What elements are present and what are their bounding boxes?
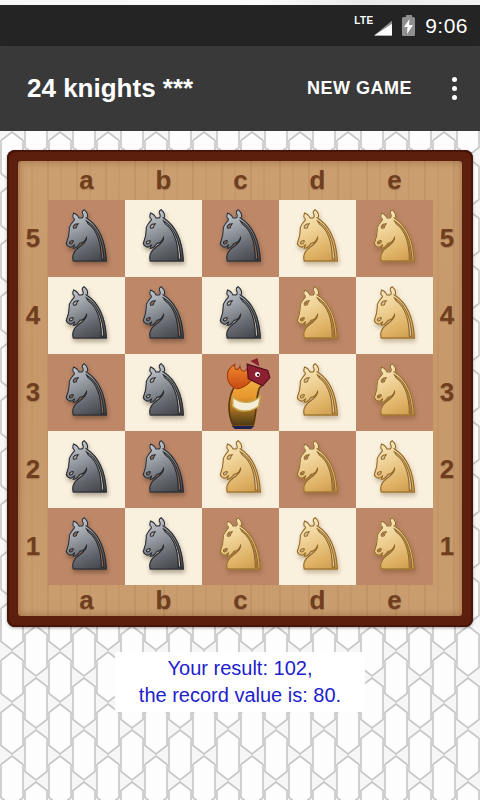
light-knight-icon: ♞ (286, 202, 349, 272)
network-type-label: LTE (354, 15, 374, 26)
light-knight-icon: ♞ (363, 510, 426, 580)
dark-knight-icon: ♞ (55, 433, 118, 503)
file-label: b (125, 161, 202, 200)
clock-time: 9:06 (425, 14, 468, 38)
square-c5[interactable]: ♞ (202, 200, 279, 277)
dark-knight-icon: ♞ (132, 433, 195, 503)
square-a5[interactable]: ♞ (48, 200, 125, 277)
square-a4[interactable]: ♞ (48, 277, 125, 354)
dark-knight-icon: ♞ (132, 279, 195, 349)
dark-knight-icon: ♞ (55, 356, 118, 426)
square-c1[interactable]: ♞ (202, 508, 279, 585)
battery-icon (402, 15, 415, 36)
square-b3[interactable]: ♞ (125, 354, 202, 431)
light-knight-icon: ♞ (209, 433, 272, 503)
app-bar: 24 knights *** NEW GAME (0, 46, 480, 131)
rank-label: 4 (432, 277, 462, 354)
square-c2[interactable]: ♞ (202, 431, 279, 508)
square-e3[interactable]: ♞ (356, 354, 433, 431)
overflow-menu-button[interactable] (434, 59, 474, 119)
rank-label: 4 (18, 277, 48, 354)
square-a2[interactable]: ♞ (48, 431, 125, 508)
file-labels-bottom: abcde (48, 585, 433, 616)
file-label: a (48, 161, 125, 200)
file-label: a (48, 585, 125, 616)
square-b4[interactable]: ♞ (125, 277, 202, 354)
square-b5[interactable]: ♞ (125, 200, 202, 277)
dark-knight-icon: ♞ (55, 202, 118, 272)
dark-knight-icon: ♞ (132, 202, 195, 272)
dark-knight-icon: ♞ (209, 202, 272, 272)
light-knight-icon: ♞ (286, 356, 349, 426)
app-screen: LTE 9:06 24 knights *** NEW GAME (0, 0, 480, 800)
result-panel: Your result: 102, the record value is: 8… (115, 652, 365, 712)
dark-knight-icon: ♞ (209, 279, 272, 349)
square-d3[interactable]: ♞ (279, 354, 356, 431)
rank-label: 2 (18, 431, 48, 508)
new-game-button[interactable]: NEW GAME (299, 68, 420, 109)
square-e5[interactable]: ♞ (356, 200, 433, 277)
square-b1[interactable]: ♞ (125, 508, 202, 585)
rank-label: 5 (18, 200, 48, 277)
battery-bolt-icon (404, 19, 413, 34)
file-label: c (202, 161, 279, 200)
dark-knight-icon: ♞ (132, 510, 195, 580)
square-e1[interactable]: ♞ (356, 508, 433, 585)
result-line1: Your result: 102, (168, 655, 313, 682)
light-knight-icon: ♞ (363, 279, 426, 349)
content-area: abcde abcde 54321 54321 ♞♞♞♞♞♞♞♞♞♞♞♞ (0, 131, 480, 800)
light-knight-icon: ♞ (286, 433, 349, 503)
kebab-dot (452, 86, 457, 91)
dark-knight-icon: ♞ (55, 510, 118, 580)
file-label: c (202, 585, 279, 616)
file-label: e (356, 161, 433, 200)
rank-label: 2 (432, 431, 462, 508)
dark-knight-icon: ♞ (55, 279, 118, 349)
dark-knight-icon: ♞ (132, 356, 195, 426)
square-e2[interactable]: ♞ (356, 431, 433, 508)
rank-labels-right: 54321 (432, 200, 462, 585)
light-knight-icon: ♞ (363, 202, 426, 272)
rank-label: 3 (18, 354, 48, 431)
file-label: b (125, 585, 202, 616)
rank-label: 1 (18, 508, 48, 585)
light-knight-icon: ♞ (286, 510, 349, 580)
joker-knight-icon (209, 357, 273, 429)
square-c4[interactable]: ♞ (202, 277, 279, 354)
rank-label: 5 (432, 200, 462, 277)
light-knight-icon: ♞ (286, 279, 349, 349)
status-bar: LTE 9:06 (0, 5, 480, 46)
kebab-dot (452, 77, 457, 82)
result-line2: the record value is: 80. (139, 682, 341, 709)
square-d5[interactable]: ♞ (279, 200, 356, 277)
kebab-dot (452, 95, 457, 100)
square-b2[interactable]: ♞ (125, 431, 202, 508)
light-knight-icon: ♞ (209, 510, 272, 580)
rank-labels-left: 54321 (18, 200, 48, 585)
signal-strength-icon (374, 21, 392, 36)
file-label: d (279, 161, 356, 200)
square-e4[interactable]: ♞ (356, 277, 433, 354)
rank-label: 3 (432, 354, 462, 431)
light-knight-icon: ♞ (363, 356, 426, 426)
square-c3[interactable] (202, 354, 279, 431)
light-knight-icon: ♞ (363, 433, 426, 503)
square-d4[interactable]: ♞ (279, 277, 356, 354)
board-grid: ♞♞♞♞♞♞♞♞♞♞♞♞ ♞♞♞♞♞♞♞♞♞♞ (48, 200, 433, 585)
file-label: d (279, 585, 356, 616)
square-d2[interactable]: ♞ (279, 431, 356, 508)
page-title: 24 knights *** (27, 73, 299, 104)
board-frame: abcde abcde 54321 54321 ♞♞♞♞♞♞♞♞♞♞♞♞ (18, 161, 462, 616)
file-labels-top: abcde (48, 161, 433, 200)
network-status: LTE (354, 15, 392, 37)
square-a3[interactable]: ♞ (48, 354, 125, 431)
square-d1[interactable]: ♞ (279, 508, 356, 585)
square-a1[interactable]: ♞ (48, 508, 125, 585)
file-label: e (356, 585, 433, 616)
game-board: abcde abcde 54321 54321 ♞♞♞♞♞♞♞♞♞♞♞♞ (7, 150, 473, 627)
rank-label: 1 (432, 508, 462, 585)
